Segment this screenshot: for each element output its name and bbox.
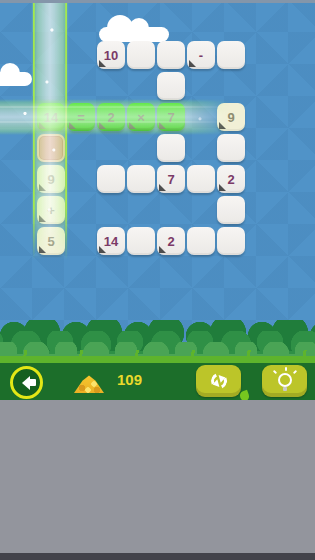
board-cell-r7c1[interactable]: 5 bbox=[37, 227, 65, 255]
given-corner-mark bbox=[69, 122, 76, 129]
given-corner-mark bbox=[99, 122, 106, 129]
board-cell-r3c1[interactable]: 14 bbox=[37, 103, 65, 131]
board-cell-r4c5[interactable] bbox=[157, 134, 185, 162]
board-cell-r1c7[interactable] bbox=[217, 41, 245, 69]
cell-value: = bbox=[77, 110, 85, 125]
board-cell-r1c3[interactable]: 10 bbox=[97, 41, 125, 69]
board-cell-r4c1[interactable] bbox=[37, 134, 65, 162]
board-cell-r6c7[interactable] bbox=[217, 196, 245, 224]
board-cell-r7c5[interactable]: 2 bbox=[157, 227, 185, 255]
cell-value: 5 bbox=[47, 234, 54, 249]
board-cell-r2c5[interactable] bbox=[157, 72, 185, 100]
board-cell-r1c6[interactable]: - bbox=[187, 41, 215, 69]
cell-value: 2 bbox=[167, 234, 174, 249]
board-cell-r7c3[interactable]: 14 bbox=[97, 227, 125, 255]
grass-strip bbox=[0, 356, 315, 363]
board-cell-r7c7[interactable] bbox=[217, 227, 245, 255]
refresh-icon bbox=[208, 371, 229, 392]
coin-count: 109 bbox=[117, 371, 142, 388]
given-corner-mark bbox=[159, 246, 166, 253]
board-cell-r3c2[interactable]: = bbox=[67, 103, 95, 131]
given-corner-mark bbox=[159, 184, 166, 191]
board-cell-r1c5[interactable] bbox=[157, 41, 185, 69]
board-cell-r5c5[interactable]: 7 bbox=[157, 165, 185, 193]
cell-value: 14 bbox=[104, 234, 118, 249]
cloud bbox=[0, 72, 32, 86]
tile-tray bbox=[0, 400, 315, 560]
given-corner-mark bbox=[39, 184, 46, 191]
game-screen: 109 10-14=2×79972+51424===-=×1414=7×=- bbox=[0, 0, 315, 560]
board-cell-r1c4[interactable] bbox=[127, 41, 155, 69]
cell-value: 2 bbox=[107, 110, 114, 125]
board-cell-r5c7[interactable]: 2 bbox=[217, 165, 245, 193]
cloud bbox=[99, 27, 169, 42]
given-corner-mark bbox=[159, 122, 166, 129]
given-corner-mark bbox=[39, 246, 46, 253]
cell-value: 7 bbox=[167, 110, 174, 125]
given-corner-mark bbox=[129, 122, 136, 129]
cell-value: × bbox=[137, 110, 145, 125]
board-cell-r3c7[interactable]: 9 bbox=[217, 103, 245, 131]
given-corner-mark bbox=[39, 215, 46, 222]
refresh-button[interactable] bbox=[196, 365, 241, 397]
cell-value: 9 bbox=[227, 110, 234, 125]
cell-value: 2 bbox=[227, 172, 234, 187]
back-button[interactable] bbox=[10, 366, 43, 399]
given-corner-mark bbox=[189, 60, 196, 67]
cell-value: 14 bbox=[44, 110, 58, 125]
cell-value: 10 bbox=[104, 48, 118, 63]
board-cell-r3c5[interactable]: 7 bbox=[157, 103, 185, 131]
board-cell-r5c6[interactable] bbox=[187, 165, 215, 193]
cell-value: + bbox=[47, 203, 55, 218]
top-edge-strip bbox=[0, 0, 315, 3]
board-cell-r5c4[interactable] bbox=[127, 165, 155, 193]
given-corner-mark bbox=[219, 122, 226, 129]
cell-value: - bbox=[199, 48, 203, 63]
given-corner-mark bbox=[219, 184, 226, 191]
board-cell-r4c7[interactable] bbox=[217, 134, 245, 162]
board-cell-r3c3[interactable]: 2 bbox=[97, 103, 125, 131]
coin-pile-icon bbox=[74, 375, 104, 394]
board-cell-r6c1[interactable]: + bbox=[37, 196, 65, 224]
bottom-edge-strip bbox=[0, 553, 315, 560]
hint-button[interactable] bbox=[262, 365, 307, 397]
board-cell-r5c1[interactable]: 9 bbox=[37, 165, 65, 193]
back-arrow-icon bbox=[15, 376, 36, 390]
cell-value: 7 bbox=[167, 172, 174, 187]
toolbar: 109 bbox=[0, 363, 315, 400]
board-cell-r3c4[interactable]: × bbox=[127, 103, 155, 131]
board-cell-r5c3[interactable] bbox=[97, 165, 125, 193]
board-cell-r7c4[interactable] bbox=[127, 227, 155, 255]
cell-value: 9 bbox=[47, 172, 54, 187]
board-cell-r7c6[interactable] bbox=[187, 227, 215, 255]
lightbulb-hint-icon bbox=[278, 373, 292, 387]
